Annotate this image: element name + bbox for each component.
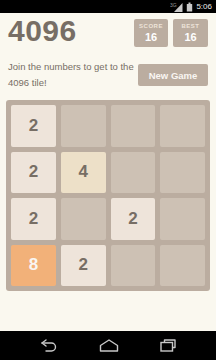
nav-bar (0, 331, 216, 360)
best-value: 16 (184, 31, 196, 44)
empty-cell (160, 152, 205, 194)
recents-icon (160, 339, 176, 352)
tile-2: 2 (11, 105, 56, 147)
best-label: BEST (181, 23, 199, 30)
empty-cell (111, 152, 156, 194)
best-box: BEST 16 (173, 19, 208, 47)
score-box: SCORE 16 (134, 19, 168, 47)
tile-2: 2 (11, 152, 56, 194)
recents-button[interactable] (160, 339, 176, 352)
back-icon (40, 339, 58, 352)
new-game-button[interactable]: New Game (138, 64, 208, 86)
battery-icon (186, 2, 193, 12)
status-clock: 5:06 (196, 0, 212, 13)
screen: 3G 5:06 4096 SCORE 16 BEST 16 Join the n… (0, 0, 216, 360)
home-icon (99, 339, 119, 352)
tile-2: 2 (11, 198, 56, 240)
board[interactable]: 2242282 (6, 100, 210, 291)
app-title: 4096 (8, 14, 77, 48)
network-type-label: 3G (170, 2, 177, 8)
home-button[interactable] (99, 339, 119, 352)
goal-text-line2: 4096 tile! (8, 75, 134, 91)
empty-cell (61, 105, 106, 147)
empty-cell (160, 245, 205, 287)
back-button[interactable] (40, 339, 58, 352)
status-bar: 3G 5:06 (0, 0, 216, 13)
score-label: SCORE (139, 23, 163, 30)
empty-cell (160, 198, 205, 240)
tile-2: 2 (61, 245, 106, 287)
empty-cell (111, 245, 156, 287)
tile-2: 2 (111, 198, 156, 240)
empty-cell (111, 105, 156, 147)
empty-cell (61, 198, 106, 240)
network-signal-icon: 3G (170, 2, 183, 12)
score-value: 16 (145, 31, 157, 44)
tile-8: 8 (11, 245, 56, 287)
empty-cell (160, 105, 205, 147)
goal-text: Join the numbers to get to the 4096 tile… (8, 59, 134, 91)
tile-4: 4 (61, 152, 106, 194)
goal-text-line1: Join the numbers to get to the (8, 59, 134, 75)
